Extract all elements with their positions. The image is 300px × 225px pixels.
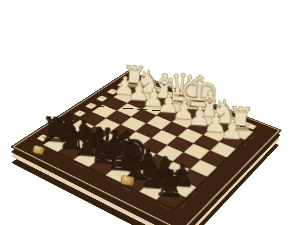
square-a4 — [91, 104, 116, 118]
square-e2 — [172, 114, 197, 128]
coord-cartouche-e: e — [194, 102, 210, 110]
chess-set-photo: aabbccddeeffgghh1122334455667788 ♜♞♝♛♚♝♞… — [0, 0, 300, 225]
board-frame-cartouches: aabbccddeeffgghh1122334455667788 — [129, 70, 282, 130]
coord-cartouche-2: 2 — [106, 88, 118, 94]
square-b5 — [94, 118, 120, 133]
square-e3 — [162, 122, 188, 137]
coord-cartouche-1: 1 — [250, 135, 262, 143]
piece-black-pawn-d7: ♟ — [97, 129, 130, 159]
square-a3 — [102, 97, 127, 110]
piece-black-king-e8: ♚ — [99, 122, 135, 179]
square-c2 — [142, 102, 167, 116]
scene-3d: aabbccddeeffgghh1122334455667788 ♜♞♝♛♚♝♞… — [0, 0, 300, 225]
square-b2 — [127, 96, 151, 109]
coord-cartouche-5: 5 — [73, 110, 86, 117]
coord-cartouche-b: b — [150, 85, 166, 93]
brass-clasp-front — [120, 175, 134, 186]
coord-cartouche-1: 1 — [117, 81, 129, 87]
pieces-layer: ♜♞♝♛♚♝♞♜♟♟♟♟♟♟♟♟♟♟♟♟♟♟♟♟♜♞♝♛♚♝♞♜ — [10, 70, 282, 225]
square-d4 — [136, 123, 162, 138]
board: aabbccddeeffgghh1122334455667788 ♜♞♝♛♚♝♞… — [10, 70, 282, 225]
coord-cartouche-c: c — [165, 91, 181, 99]
piece-black-queen-d8: ♛ — [83, 120, 119, 170]
square-g2 — [203, 127, 228, 142]
square-d2 — [156, 108, 181, 122]
piece-black-pawn-e7: ♟ — [113, 137, 147, 168]
coord-cartouche-4: 4 — [85, 102, 98, 109]
square-c3 — [131, 109, 156, 123]
square-a2 — [113, 90, 137, 103]
coord-cartouche-a: a — [136, 80, 151, 87]
coord-cartouche-f: f — [209, 108, 225, 116]
square-c4 — [121, 117, 147, 132]
square-b4 — [106, 111, 132, 125]
coord-cartouche-g: g — [225, 115, 242, 124]
piece-black-pawn-f7: ♟ — [130, 144, 164, 175]
coord-cartouche-h: h — [241, 121, 258, 130]
square-d3 — [146, 115, 171, 129]
piece-white-queen-d1: ♛ — [161, 67, 192, 111]
coord-cartouche-6: 6 — [61, 117, 74, 124]
square-b3 — [117, 103, 142, 117]
piece-white-rook-a1: ♜ — [119, 61, 148, 92]
coord-cartouche-d: d — [179, 97, 195, 105]
coord-cartouche-3: 3 — [96, 95, 108, 102]
square-f2 — [187, 120, 212, 135]
